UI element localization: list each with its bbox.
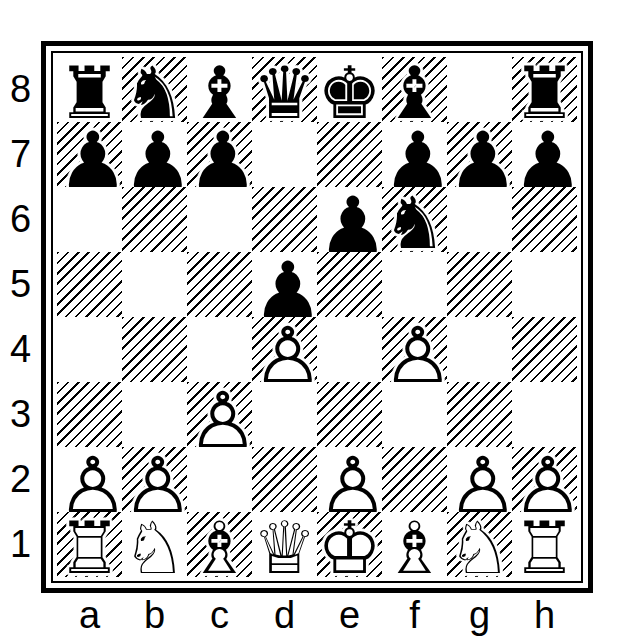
white-pawn[interactable]: ♟♙ (317, 447, 382, 512)
white-bishop[interactable]: ♝♗ (187, 512, 252, 577)
white-pawn[interactable]: ♟♙ (57, 447, 122, 512)
rank-label-7: 7 (0, 122, 41, 187)
square-a6[interactable] (57, 187, 122, 252)
square-h3[interactable] (512, 382, 577, 447)
black-pawn[interactable]: ♟♟ (252, 252, 317, 317)
black-rook[interactable]: ♜♜ (57, 57, 122, 122)
white-king[interactable]: ♚♔ (317, 512, 382, 577)
square-f7[interactable]: ♟♟ (382, 122, 447, 187)
square-a4[interactable] (57, 317, 122, 382)
black-pawn[interactable]: ♟♟ (317, 187, 382, 252)
square-e7[interactable] (317, 122, 382, 187)
square-e6[interactable]: ♟♟ (317, 187, 382, 252)
square-d1[interactable]: ♛♕ (252, 512, 317, 577)
square-e3[interactable] (317, 382, 382, 447)
chess-board: ♜♜♞♞♝♝♛♛♚♚♝♝♜♜♟♟♟♟♟♟♟♟♟♟♟♟♟♟♞♞♟♟♟♙♟♙♟♙♟♙… (57, 57, 577, 577)
file-label-b: b (122, 592, 187, 638)
square-e2[interactable]: ♟♙ (317, 447, 382, 512)
square-a2[interactable]: ♟♙ (57, 447, 122, 512)
square-g5[interactable] (447, 252, 512, 317)
black-queen-glyph: ♛ (252, 57, 317, 129)
square-b2[interactable]: ♟♙ (122, 447, 187, 512)
black-bishop[interactable]: ♝♝ (382, 57, 447, 122)
rank-label-6: 6 (0, 187, 41, 252)
square-d4[interactable]: ♟♙ (252, 317, 317, 382)
white-pawn[interactable]: ♟♙ (447, 447, 512, 512)
square-b6[interactable] (122, 187, 187, 252)
square-a5[interactable] (57, 252, 122, 317)
white-knight[interactable]: ♞♘ (122, 512, 187, 577)
square-g3[interactable] (447, 382, 512, 447)
square-b4[interactable] (122, 317, 187, 382)
square-g7[interactable]: ♟♟ (447, 122, 512, 187)
square-e8[interactable]: ♚♚ (317, 57, 382, 122)
square-h7[interactable]: ♟♟ (512, 122, 577, 187)
file-label-d: d (252, 592, 317, 638)
rank-label-1: 1 (0, 512, 41, 577)
square-c1[interactable]: ♝♗ (187, 512, 252, 577)
rank-label-2: 2 (0, 447, 41, 512)
square-a7[interactable]: ♟♟ (57, 122, 122, 187)
black-pawn[interactable]: ♟♟ (512, 122, 577, 187)
square-g1[interactable]: ♞♘ (447, 512, 512, 577)
white-bishop-glyph: ♗ (382, 512, 447, 584)
white-knight-glyph: ♘ (122, 512, 187, 584)
square-d5[interactable]: ♟♟ (252, 252, 317, 317)
black-king-glyph: ♚ (317, 57, 382, 129)
square-d2[interactable] (252, 447, 317, 512)
square-h1[interactable]: ♜♖ (512, 512, 577, 577)
white-rook[interactable]: ♜♖ (512, 512, 577, 577)
square-g4[interactable] (447, 317, 512, 382)
square-d6[interactable] (252, 187, 317, 252)
black-queen[interactable]: ♛♛ (252, 57, 317, 122)
square-d3[interactable] (252, 382, 317, 447)
file-label-a: a (57, 592, 122, 638)
square-b3[interactable] (122, 382, 187, 447)
white-rook-glyph: ♖ (512, 512, 577, 584)
square-h2[interactable]: ♟♙ (512, 447, 577, 512)
file-label-f: f (382, 592, 447, 638)
square-f8[interactable]: ♝♝ (382, 57, 447, 122)
square-b7[interactable]: ♟♟ (122, 122, 187, 187)
file-label-e: e (317, 592, 382, 638)
file-label-g: g (447, 592, 512, 638)
square-c7[interactable]: ♟♟ (187, 122, 252, 187)
square-f6[interactable]: ♞♞ (382, 187, 447, 252)
square-c2[interactable] (187, 447, 252, 512)
square-h6[interactable] (512, 187, 577, 252)
white-knight-glyph: ♘ (447, 512, 512, 584)
square-a3[interactable] (57, 382, 122, 447)
white-bishop-glyph: ♗ (187, 512, 252, 584)
white-king-glyph: ♔ (317, 512, 382, 584)
square-b1[interactable]: ♞♘ (122, 512, 187, 577)
rank-label-4: 4 (0, 317, 41, 382)
white-knight[interactable]: ♞♘ (447, 512, 512, 577)
square-e5[interactable] (317, 252, 382, 317)
square-c6[interactable] (187, 187, 252, 252)
black-pawn[interactable]: ♟♟ (122, 122, 187, 187)
square-h4[interactable] (512, 317, 577, 382)
chess-diagram: 8 7 6 5 4 3 2 1 ♜♜♞♞♝♝♛♛♚♚♝♝♜♜♟♟♟♟♟♟♟♟♟♟… (0, 0, 640, 640)
square-c5[interactable] (187, 252, 252, 317)
square-a1[interactable]: ♜♖ (57, 512, 122, 577)
square-f3[interactable] (382, 382, 447, 447)
black-rook[interactable]: ♜♜ (512, 57, 577, 122)
rank-label-3: 3 (0, 382, 41, 447)
square-d8[interactable]: ♛♛ (252, 57, 317, 122)
square-f2[interactable] (382, 447, 447, 512)
white-pawn[interactable]: ♟♙ (122, 447, 187, 512)
square-a8[interactable]: ♜♜ (57, 57, 122, 122)
file-label-c: c (187, 592, 252, 638)
square-c4[interactable] (187, 317, 252, 382)
black-knight[interactable]: ♞♞ (122, 57, 187, 122)
square-e4[interactable] (317, 317, 382, 382)
square-g8[interactable] (447, 57, 512, 122)
white-bishop[interactable]: ♝♗ (382, 512, 447, 577)
square-d7[interactable] (252, 122, 317, 187)
square-g2[interactable]: ♟♙ (447, 447, 512, 512)
square-f1[interactable]: ♝♗ (382, 512, 447, 577)
square-h5[interactable] (512, 252, 577, 317)
square-f5[interactable] (382, 252, 447, 317)
file-labels: a b c d e f g h (57, 592, 577, 638)
white-pawn[interactable]: ♟♙ (382, 317, 447, 382)
square-e1[interactable]: ♚♔ (317, 512, 382, 577)
board-inner-border: ♜♜♞♞♝♝♛♛♚♚♝♝♜♜♟♟♟♟♟♟♟♟♟♟♟♟♟♟♞♞♟♟♟♙♟♙♟♙♟♙… (51, 51, 583, 583)
rank-labels: 8 7 6 5 4 3 2 1 (0, 57, 41, 577)
black-king[interactable]: ♚♚ (317, 57, 382, 122)
square-f4[interactable]: ♟♙ (382, 317, 447, 382)
black-pawn[interactable]: ♟♟ (382, 122, 447, 187)
black-pawn[interactable]: ♟♟ (447, 122, 512, 187)
black-bishop[interactable]: ♝♝ (187, 57, 252, 122)
square-b5[interactable] (122, 252, 187, 317)
board-frame: ♜♜♞♞♝♝♛♛♚♚♝♝♜♜♟♟♟♟♟♟♟♟♟♟♟♟♟♟♞♞♟♟♟♙♟♙♟♙♟♙… (41, 41, 593, 593)
white-pawn[interactable]: ♟♙ (252, 317, 317, 382)
file-label-h: h (512, 592, 577, 638)
square-c3[interactable]: ♟♙ (187, 382, 252, 447)
black-knight-glyph: ♞ (382, 187, 447, 259)
square-h8[interactable]: ♜♜ (512, 57, 577, 122)
white-pawn[interactable]: ♟♙ (187, 382, 252, 447)
white-queen-glyph: ♕ (252, 512, 317, 584)
white-pawn[interactable]: ♟♙ (512, 447, 577, 512)
white-queen[interactable]: ♛♕ (252, 512, 317, 577)
square-c8[interactable]: ♝♝ (187, 57, 252, 122)
square-b8[interactable]: ♞♞ (122, 57, 187, 122)
black-pawn[interactable]: ♟♟ (57, 122, 122, 187)
rank-label-8: 8 (0, 57, 41, 122)
black-pawn[interactable]: ♟♟ (187, 122, 252, 187)
white-rook-glyph: ♖ (57, 512, 122, 584)
rank-label-5: 5 (0, 252, 41, 317)
black-knight[interactable]: ♞♞ (382, 187, 447, 252)
white-rook[interactable]: ♜♖ (57, 512, 122, 577)
square-g6[interactable] (447, 187, 512, 252)
